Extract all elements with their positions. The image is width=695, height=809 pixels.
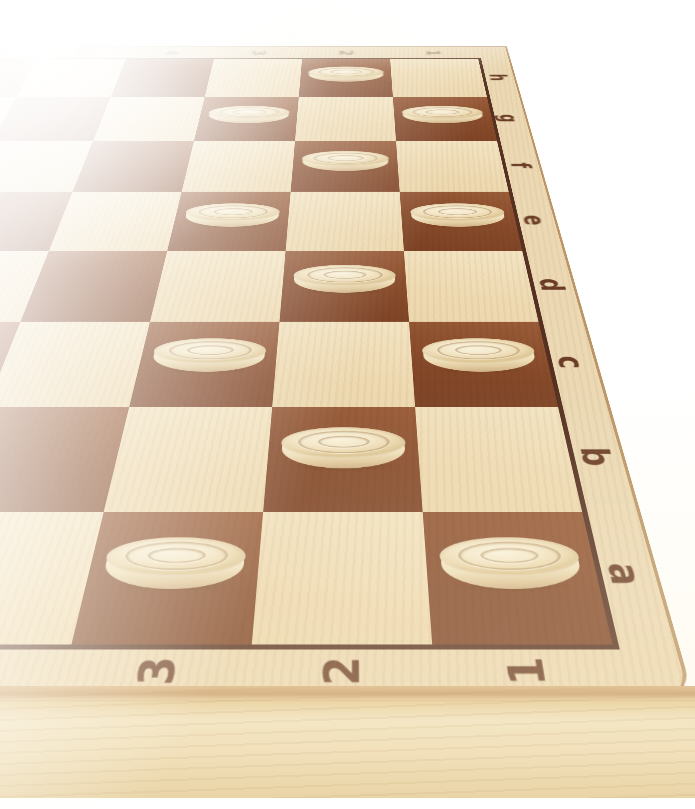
- checker-piece-b2: [280, 427, 407, 468]
- piece-inner-ring: [479, 548, 539, 563]
- rank-label-far-5-text: 5: [73, 50, 97, 55]
- rank-label-far-1-text: 1: [422, 50, 444, 55]
- square-f1: [396, 141, 509, 192]
- square-d1: [404, 251, 539, 322]
- checker-piece-e3: [183, 203, 281, 226]
- square-d3: [150, 251, 286, 322]
- file-label-a-text: a: [598, 563, 655, 586]
- checker-piece-f2: [301, 151, 389, 171]
- rank-label-far-3: 3: [214, 47, 303, 59]
- checker-piece-a3: [99, 537, 247, 589]
- piece-inner-ring: [327, 155, 363, 161]
- file-label-g-text: g: [493, 114, 524, 122]
- rank-label-far-3-text: 3: [248, 50, 270, 55]
- piece-inner-ring: [232, 109, 267, 114]
- square-c4: [0, 322, 150, 407]
- file-label-b-text: b: [571, 447, 621, 466]
- square-g5: [0, 97, 111, 141]
- square-g2: [295, 97, 396, 141]
- file-label-c-text: c: [549, 356, 593, 369]
- checker-piece-e1: [410, 203, 507, 226]
- checker-piece-c1: [421, 338, 538, 372]
- square-h1: [390, 59, 487, 97]
- piece-top-face: [410, 203, 506, 221]
- rank-label-near-1-text: 1: [496, 657, 558, 686]
- checker-piece-d2: [292, 265, 396, 293]
- square-h4: [111, 59, 214, 97]
- square-h3: [205, 59, 302, 97]
- piece-inner-ring: [330, 70, 362, 74]
- piece-inner-ring: [425, 109, 460, 114]
- square-f3: [182, 141, 295, 192]
- rank-label-far-4-text: 4: [160, 50, 183, 55]
- checker-piece-g1: [401, 106, 484, 123]
- piece-top-face: [293, 265, 396, 286]
- piece-inner-ring: [437, 208, 477, 215]
- file-label-e-text: e: [517, 215, 554, 225]
- square-b3: [104, 407, 273, 512]
- board-plane: hgfedcba8877665544332211: [0, 46, 694, 698]
- file-label-h-text: h: [484, 74, 513, 81]
- file-label-d-text: d: [531, 278, 571, 291]
- square-b1: [415, 407, 582, 512]
- square-a2: [252, 512, 432, 645]
- checker-piece-a1: [438, 537, 585, 589]
- checker-piece-h2: [308, 67, 384, 82]
- rank-label-far-4: 4: [126, 47, 217, 59]
- rank-label-far-2-text: 2: [335, 50, 356, 55]
- piece-inner-ring: [317, 436, 369, 448]
- piece-inner-ring: [323, 271, 366, 279]
- file-label-f-text: f: [504, 163, 537, 169]
- square-e2: [286, 192, 404, 251]
- square-f4: [73, 141, 194, 192]
- rank-label-near-2-text: 2: [313, 657, 371, 686]
- piece-top-face: [308, 67, 384, 79]
- rank-label-near-4-text: 4: [0, 657, 6, 686]
- rank-label-far-1: 1: [389, 47, 478, 59]
- square-c2: [272, 322, 415, 407]
- checker-piece-g3: [207, 106, 291, 123]
- piece-inner-ring: [186, 345, 234, 355]
- piece-top-face: [302, 151, 389, 166]
- piece-top-face: [401, 106, 483, 119]
- rank-label-far-6-text: 6: [0, 50, 10, 55]
- square-g4: [93, 97, 205, 141]
- piece-inner-ring: [213, 208, 253, 215]
- piece-inner-ring: [454, 345, 502, 355]
- checker-piece-c3: [149, 338, 267, 372]
- square-e4: [49, 192, 182, 251]
- piece-top-face: [280, 427, 406, 458]
- board-front-edge: [0, 686, 695, 798]
- rank-label-far-5: 5: [38, 47, 131, 59]
- rank-label-near-3-text: 3: [126, 657, 188, 686]
- checkers-board-photo: hgfedcba8877665544332211: [0, 0, 695, 809]
- rank-label-far-2: 2: [302, 47, 390, 59]
